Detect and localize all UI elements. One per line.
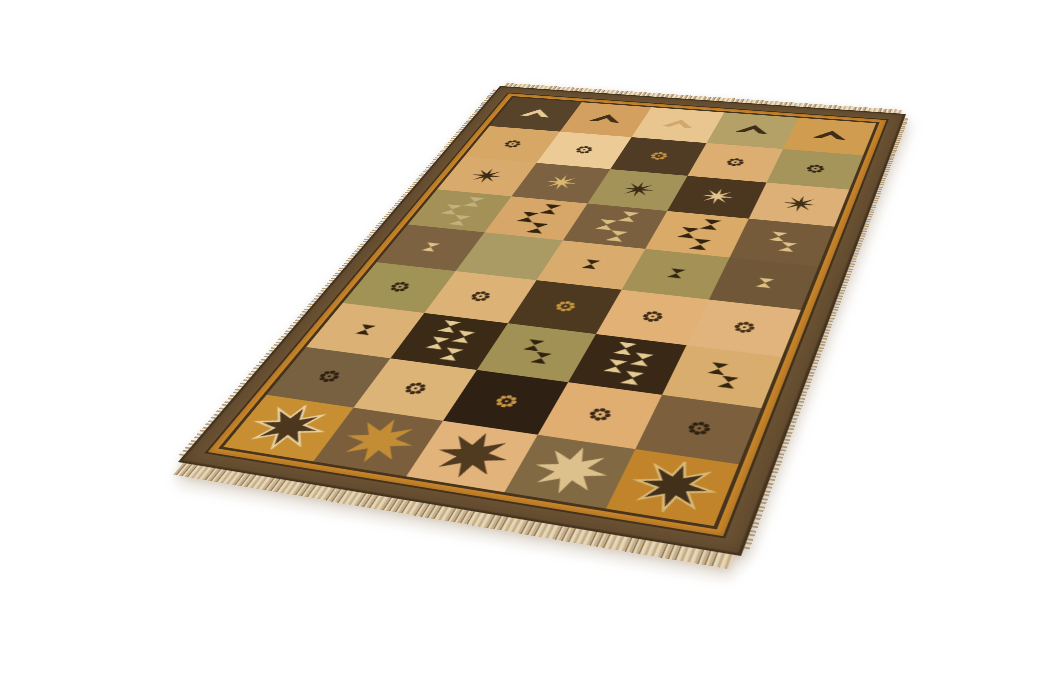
rosette-motif [634, 308, 671, 326]
rug-shadow [0, 0, 1050, 700]
arrow-motif [581, 109, 632, 127]
flower-motif [464, 167, 510, 185]
rosette-motif [308, 366, 349, 386]
arrow-motif [511, 104, 561, 122]
star-motif [516, 441, 624, 502]
rosette-motif [580, 404, 621, 426]
rosette-motif [497, 138, 528, 150]
arrow-motif [805, 125, 856, 145]
rosette-motif [395, 378, 436, 399]
hourglass-motif [354, 324, 377, 336]
bowties3-motif [498, 201, 574, 235]
flower-motif [615, 180, 661, 199]
rosette-motif [800, 162, 832, 175]
bowties3-motif [577, 208, 653, 243]
rosette-motif [569, 144, 601, 156]
star-motif [418, 427, 525, 485]
hourglass-motif [754, 277, 775, 288]
rosette-motif [720, 156, 752, 169]
bowties3-motif [422, 194, 498, 227]
rosette-motif [381, 279, 418, 296]
flower-motif [777, 194, 823, 214]
hourglass-motif [581, 259, 602, 270]
rosette-motif [643, 150, 675, 163]
arrow-motif [653, 114, 704, 133]
hourglass-motif [666, 268, 687, 279]
rosette-motif [679, 417, 720, 440]
hourglass-motif [420, 242, 441, 252]
flower-motif [694, 187, 740, 207]
rosette-motif [486, 391, 527, 412]
rug [178, 86, 906, 556]
bowties2-motif [686, 356, 759, 396]
bowtieszz-motif [583, 340, 671, 389]
flower-motif [538, 173, 584, 192]
photo-background [0, 0, 1050, 700]
rug-gold-stripe-border [204, 93, 889, 539]
rosette-motif [462, 288, 499, 305]
bowties3-motif [659, 216, 735, 252]
bowtieszz-motif [405, 318, 493, 364]
rosette-motif [547, 298, 584, 316]
bowties2-motif [751, 227, 814, 257]
arrow-motif [728, 120, 779, 139]
bowties2-motif [501, 334, 573, 371]
star-motif [619, 456, 727, 519]
rosette-motif [726, 318, 764, 337]
